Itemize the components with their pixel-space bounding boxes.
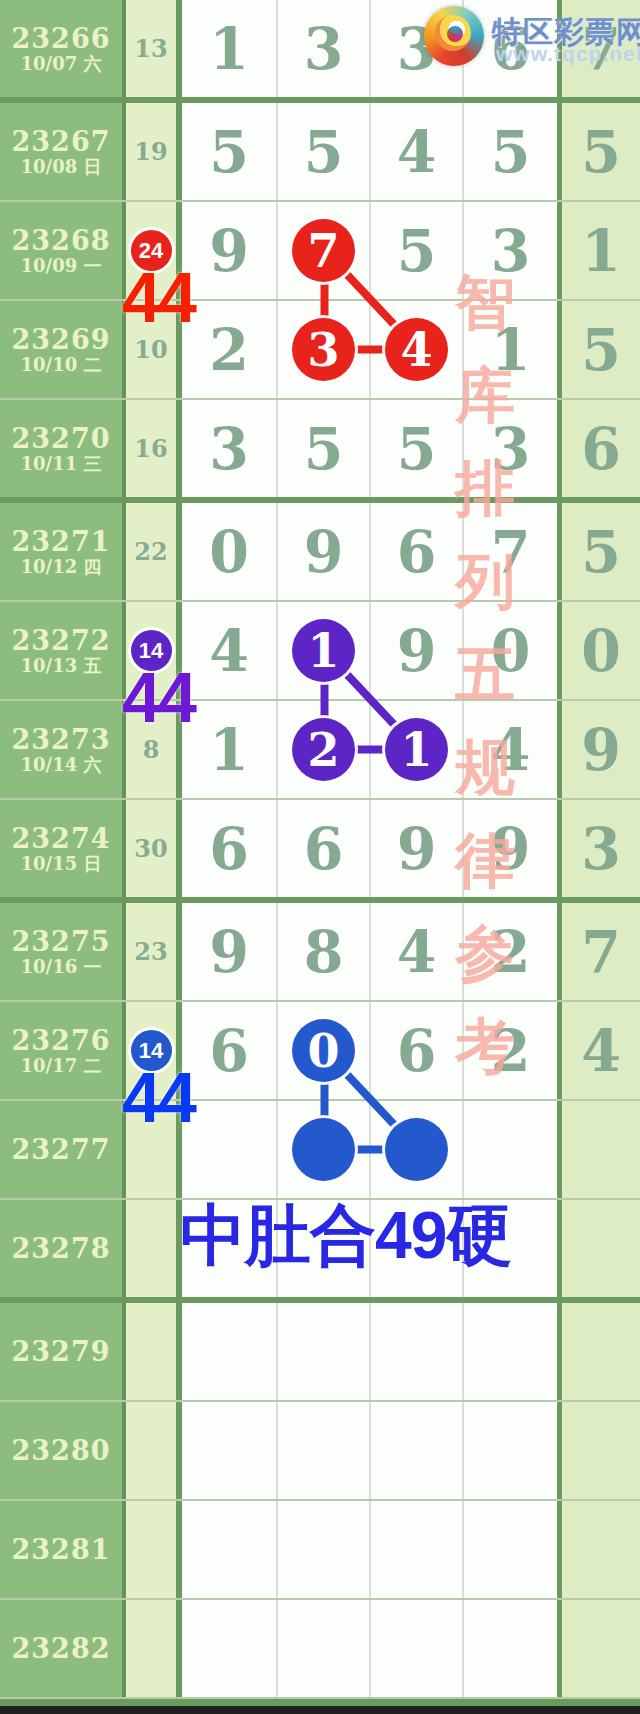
digit-cell: 2 — [278, 701, 371, 798]
chart-row: 2326810/09 一2497531 — [0, 202, 640, 301]
digit-value: 3 — [209, 420, 249, 477]
period-cell: 23278 — [0, 1200, 126, 1297]
chart-row: 2327610/17 二1460624 — [0, 1002, 640, 1101]
digit-cell: 6 — [371, 503, 464, 600]
digit-value: 5 — [304, 123, 344, 180]
digit-value: 4 — [491, 721, 531, 778]
digit-value: 6 — [304, 820, 344, 877]
sum-cell — [126, 1501, 182, 1598]
period-cell: 2327010/11 三 — [0, 400, 126, 497]
digit-cell: 3 — [464, 400, 562, 497]
period-number: 23266 — [12, 23, 111, 54]
period-number: 23281 — [12, 1534, 111, 1565]
filled-circle-mark — [292, 1118, 355, 1181]
digit-cell: 1 — [371, 701, 464, 798]
chart-row: 2327110/12 四2209675 — [0, 503, 640, 602]
digit-value: 5 — [491, 123, 531, 180]
circled-digit: 2 — [292, 718, 355, 781]
digit-value: 0 — [491, 622, 531, 679]
logo-site-url: www.tqcp.net — [496, 42, 640, 66]
digit-value: 3 — [491, 222, 531, 279]
digit-cell: 5 — [182, 103, 278, 200]
digit-cell: 6 — [562, 400, 640, 497]
chart-row: 2326910/10 二1023415 — [0, 301, 640, 400]
digit-cell — [182, 1600, 278, 1697]
digit-cell — [371, 1303, 464, 1400]
sum-value: 13 — [134, 34, 167, 63]
digit-cell — [182, 1303, 278, 1400]
digit-cell — [464, 1101, 562, 1198]
circled-digit: 7 — [292, 219, 355, 282]
digit-cell — [562, 1600, 640, 1697]
digit-value: 6 — [581, 420, 621, 477]
digit-cell: 4 — [371, 301, 464, 398]
digit-value: 5 — [397, 222, 437, 279]
period-number: 23267 — [12, 126, 111, 157]
digit-cell — [464, 1600, 562, 1697]
digit-cell: 5 — [278, 103, 371, 200]
chart-row: 2327310/14 六812149 — [0, 701, 640, 800]
period-number: 23275 — [12, 926, 111, 957]
digit-cell: 3 — [278, 301, 371, 398]
period-cell: 2326910/10 二 — [0, 301, 126, 398]
circled-digit: 4 — [385, 318, 448, 381]
period-date: 10/13 五 — [21, 656, 102, 677]
digit-value: 1 — [581, 222, 621, 279]
digit-cell — [278, 1303, 371, 1400]
mark-44-label: 44 — [122, 1067, 194, 1130]
digit-value: 3 — [581, 820, 621, 877]
digit-cell: 5 — [278, 400, 371, 497]
period-number: 23276 — [12, 1025, 111, 1056]
digit-cell: 9 — [371, 602, 464, 699]
chart-rows: 2326610/07 六13133672326710/08 日195545523… — [0, 0, 640, 1699]
period-cell: 2327210/13 五 — [0, 602, 126, 699]
digit-value: 2 — [491, 923, 531, 980]
period-number: 23269 — [12, 324, 111, 355]
digit-value: 3 — [491, 420, 531, 477]
digit-cell: 4 — [371, 903, 464, 1000]
sum-value: 8 — [143, 735, 160, 764]
period-cell: 23279 — [0, 1303, 126, 1400]
digit-cell — [562, 1402, 640, 1499]
circled-digit: 0 — [292, 1019, 355, 1082]
sum-value: 22 — [134, 537, 167, 566]
period-date: 10/10 二 — [21, 355, 102, 376]
bottom-bar — [0, 1706, 640, 1714]
digit-value: 5 — [304, 420, 344, 477]
period-date: 10/15 日 — [21, 854, 102, 875]
digit-cell: 3 — [278, 0, 371, 97]
digit-cell — [464, 1501, 562, 1598]
circled-digit: 3 — [292, 318, 355, 381]
chart-row: 23280 — [0, 1402, 640, 1501]
chart-row: 23282 — [0, 1600, 640, 1699]
digit-value: 4 — [209, 622, 249, 679]
digit-value: 4 — [581, 1022, 621, 1079]
digit-cell — [562, 1101, 640, 1198]
digit-value: 6 — [209, 1022, 249, 1079]
digit-cell: 0 — [278, 1002, 371, 1099]
digit-value: 5 — [581, 523, 621, 580]
digit-cell: 1 — [562, 202, 640, 299]
digit-cell: 4 — [562, 1002, 640, 1099]
chart-row: 2327410/15 日3066993 — [0, 800, 640, 903]
digit-cell: 2 — [464, 903, 562, 1000]
digit-cell: 1 — [182, 701, 278, 798]
mark-44-label: 44 — [122, 267, 194, 330]
digit-cell: 5 — [562, 103, 640, 200]
period-cell: 2327610/17 二 — [0, 1002, 126, 1099]
digit-cell: 9 — [182, 903, 278, 1000]
digit-value: 7 — [491, 523, 531, 580]
period-date: 10/16 一 — [21, 957, 102, 978]
period-cell: 23281 — [0, 1501, 126, 1598]
digit-cell — [562, 1303, 640, 1400]
sum-cell — [126, 1402, 182, 1499]
period-cell: 23282 — [0, 1600, 126, 1697]
digit-value: 0 — [581, 622, 621, 679]
digit-cell — [278, 1402, 371, 1499]
digit-value: 1 — [491, 321, 531, 378]
period-number: 23274 — [12, 823, 111, 854]
digit-cell — [371, 1501, 464, 1598]
digit-cell: 5 — [562, 503, 640, 600]
digit-cell: 2 — [182, 301, 278, 398]
digit-cell: 8 — [278, 903, 371, 1000]
digit-cell — [464, 1402, 562, 1499]
sum-cell: 22 — [126, 503, 182, 600]
digit-value: 3 — [304, 20, 344, 77]
period-number: 23279 — [12, 1336, 111, 1367]
digit-cell — [278, 1600, 371, 1697]
digit-cell: 5 — [562, 301, 640, 398]
digit-cell — [371, 1600, 464, 1697]
period-date: 10/12 四 — [21, 557, 102, 578]
sum-value: 10 — [134, 335, 167, 364]
period-number: 23271 — [12, 526, 111, 557]
sum-cell: 23 — [126, 903, 182, 1000]
sum-cell — [126, 1303, 182, 1400]
digit-value: 4 — [397, 123, 437, 180]
period-cell: 2326710/08 日 — [0, 103, 126, 200]
digit-cell — [371, 1101, 464, 1198]
period-cell: 23280 — [0, 1402, 126, 1499]
chart-row: 2327210/13 五1441900 — [0, 602, 640, 701]
period-date: 10/08 日 — [21, 157, 102, 178]
sum-value: 23 — [134, 937, 167, 966]
digit-value: 1 — [209, 721, 249, 778]
sum-cell: 16 — [126, 400, 182, 497]
period-number: 23280 — [12, 1435, 111, 1466]
digit-cell — [371, 1402, 464, 1499]
digit-value: 9 — [581, 721, 621, 778]
digit-cell: 7 — [562, 903, 640, 1000]
logo-swirl-icon — [424, 6, 484, 66]
sum-value: 16 — [134, 434, 167, 463]
digit-value: 5 — [397, 420, 437, 477]
digit-cell: 9 — [182, 202, 278, 299]
period-cell: 2327110/12 四 — [0, 503, 126, 600]
period-number: 23282 — [12, 1633, 111, 1664]
period-date: 10/17 二 — [21, 1056, 102, 1077]
period-number: 23277 — [12, 1134, 111, 1165]
digit-value: 9 — [304, 523, 344, 580]
chart-row: 2327510/16 一2398427 — [0, 903, 640, 1002]
period-cell: 2327410/15 日 — [0, 800, 126, 897]
sum-cell — [126, 1600, 182, 1697]
sum-cell: 30 — [126, 800, 182, 897]
lottery-trend-chart: 2326610/07 六13133672326710/08 日195545523… — [0, 0, 640, 1714]
mark-44-label: 44 — [122, 667, 194, 730]
digit-cell — [278, 1501, 371, 1598]
digit-cell: 7 — [464, 503, 562, 600]
chart-row: 23279 — [0, 1303, 640, 1402]
circled-digit: 1 — [385, 718, 448, 781]
digit-cell: 4 — [371, 103, 464, 200]
digit-value: 0 — [209, 523, 249, 580]
digit-value: 5 — [581, 321, 621, 378]
digit-cell: 9 — [464, 800, 562, 897]
digit-cell: 1 — [182, 0, 278, 97]
digit-cell: 9 — [562, 701, 640, 798]
digit-cell — [182, 1501, 278, 1598]
period-date: 10/11 三 — [21, 454, 102, 475]
digit-value: 1 — [209, 20, 249, 77]
period-cell: 23277 — [0, 1101, 126, 1198]
digit-cell: 0 — [562, 602, 640, 699]
digit-value: 2 — [491, 1022, 531, 1079]
digit-cell: 4 — [182, 602, 278, 699]
digit-value: 9 — [491, 820, 531, 877]
period-date: 10/09 一 — [21, 256, 102, 277]
period-number: 23268 — [12, 225, 111, 256]
digit-cell: 0 — [182, 503, 278, 600]
logo-swirl-core — [447, 26, 463, 42]
chart-row: 2327010/11 三1635536 — [0, 400, 640, 503]
digit-value: 7 — [581, 923, 621, 980]
period-number: 23273 — [12, 724, 111, 755]
digit-value: 4 — [397, 923, 437, 980]
chart-row: 23281 — [0, 1501, 640, 1600]
digit-cell — [562, 1501, 640, 1598]
digit-cell: 2 — [464, 1002, 562, 1099]
sum-cell: 19 — [126, 103, 182, 200]
digit-value: 8 — [304, 923, 344, 980]
digit-cell: 6 — [182, 1002, 278, 1099]
digit-cell — [278, 1101, 371, 1198]
digit-cell: 9 — [278, 503, 371, 600]
site-logo[interactable]: 特区彩票网 www.tqcp.net — [420, 4, 640, 66]
circled-digit: 1 — [292, 619, 355, 682]
period-cell: 2326810/09 一 — [0, 202, 126, 299]
digit-cell — [464, 1303, 562, 1400]
digit-cell: 6 — [278, 800, 371, 897]
digit-value: 2 — [209, 321, 249, 378]
period-number: 23278 — [12, 1233, 111, 1264]
chart-row: 23277 — [0, 1101, 640, 1200]
digit-cell: 6 — [371, 1002, 464, 1099]
digit-value: 9 — [397, 820, 437, 877]
digit-cell: 3 — [182, 400, 278, 497]
digit-cell: 6 — [182, 800, 278, 897]
digit-cell: 5 — [371, 202, 464, 299]
digit-value: 6 — [397, 523, 437, 580]
digit-cell — [182, 1402, 278, 1499]
digit-cell: 3 — [562, 800, 640, 897]
period-number: 23270 — [12, 423, 111, 454]
sum-value: 19 — [134, 137, 167, 166]
filled-circle-mark — [385, 1118, 448, 1181]
digit-cell: 5 — [371, 400, 464, 497]
period-cell: 2327510/16 一 — [0, 903, 126, 1000]
digit-cell: 3 — [464, 202, 562, 299]
period-date: 10/07 六 — [21, 54, 102, 75]
period-cell: 2326610/07 六 — [0, 0, 126, 97]
chart-row: 2326710/08 日1955455 — [0, 103, 640, 202]
digit-value: 6 — [397, 1022, 437, 1079]
period-number: 23272 — [12, 625, 111, 656]
prediction-text: 中肚合49硬 — [180, 1202, 511, 1268]
digit-cell — [562, 1200, 640, 1297]
digit-cell: 4 — [464, 701, 562, 798]
digit-cell — [182, 1101, 278, 1198]
digit-value: 6 — [209, 820, 249, 877]
digit-value: 5 — [209, 123, 249, 180]
digit-cell: 7 — [278, 202, 371, 299]
digit-value: 9 — [209, 222, 249, 279]
digit-cell: 1 — [278, 602, 371, 699]
digit-cell: 0 — [464, 602, 562, 699]
digit-value: 5 — [581, 123, 621, 180]
period-cell: 2327310/14 六 — [0, 701, 126, 798]
digit-cell: 5 — [464, 103, 562, 200]
sum-cell — [126, 1200, 182, 1297]
digit-cell: 9 — [371, 800, 464, 897]
digit-cell: 1 — [464, 301, 562, 398]
sum-value: 30 — [134, 834, 167, 863]
digit-value: 9 — [397, 622, 437, 679]
digit-value: 9 — [209, 923, 249, 980]
sum-cell: 13 — [126, 0, 182, 97]
period-date: 10/14 六 — [21, 755, 102, 776]
